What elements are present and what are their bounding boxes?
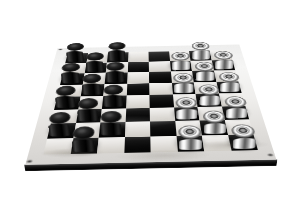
square-f5[interactable]: [171, 82, 195, 94]
square-d3[interactable]: [125, 108, 150, 122]
black-piece-wall: [85, 60, 104, 72]
silver-piece-wall: [172, 61, 191, 71]
silver-piece[interactable]: [194, 71, 215, 81]
black-piece-cap: [77, 98, 99, 109]
black-piece[interactable]: [78, 110, 99, 122]
silver-piece-cap: [218, 72, 240, 82]
silver-piece-wall: [233, 138, 257, 150]
glass-front-edge: [24, 159, 277, 171]
square-a1[interactable]: [43, 138, 73, 155]
square-e6[interactable]: [149, 72, 172, 84]
black-piece[interactable]: [62, 74, 82, 84]
square-e5[interactable]: [149, 83, 172, 95]
square-a8[interactable]: [65, 53, 88, 63]
perspective-container: [0, 0, 300, 223]
silver-piece[interactable]: [230, 135, 256, 149]
square-g1[interactable]: [202, 135, 231, 152]
photo-background: [0, 0, 300, 223]
glass-corner-mark: [26, 160, 34, 164]
square-d1[interactable]: [124, 136, 151, 153]
black-piece[interactable]: [67, 54, 85, 62]
square-d4[interactable]: [126, 95, 150, 108]
silver-piece[interactable]: [175, 108, 197, 120]
black-piece-cap: [71, 126, 95, 139]
silver-piece[interactable]: [223, 107, 247, 119]
silver-piece-cap: [173, 73, 194, 83]
silver-piece[interactable]: [178, 136, 202, 150]
square-d6[interactable]: [127, 72, 149, 84]
black-piece-wall: [103, 95, 123, 108]
square-g2[interactable]: [200, 120, 228, 135]
silver-piece-cap: [175, 97, 198, 109]
silver-piece[interactable]: [213, 61, 233, 70]
square-c4[interactable]: [102, 95, 126, 108]
square-g6[interactable]: [192, 71, 216, 83]
square-a4[interactable]: [54, 96, 80, 109]
black-piece[interactable]: [50, 124, 73, 137]
square-c6[interactable]: [105, 72, 128, 84]
black-piece-wall: [71, 139, 94, 152]
black-piece-cap: [48, 112, 72, 124]
silver-piece-wall: [179, 139, 202, 151]
square-c1[interactable]: [97, 137, 125, 154]
square-d2[interactable]: [125, 122, 151, 137]
black-piece[interactable]: [86, 63, 105, 72]
square-g4[interactable]: [196, 94, 222, 107]
square-e2[interactable]: [150, 121, 176, 136]
square-c8[interactable]: [107, 52, 128, 62]
black-piece[interactable]: [101, 123, 123, 136]
square-d5[interactable]: [126, 83, 149, 95]
silver-piece-cap: [178, 125, 202, 139]
black-piece[interactable]: [109, 53, 126, 61]
square-e4[interactable]: [149, 95, 173, 108]
square-e8[interactable]: [149, 51, 170, 61]
black-piece-wall: [81, 83, 101, 95]
silver-piece-wall: [226, 108, 248, 119]
silver-piece-wall: [195, 71, 215, 81]
silver-piece-wall: [174, 83, 194, 94]
black-piece-wall: [66, 51, 84, 63]
square-f7[interactable]: [170, 61, 192, 72]
black-piece[interactable]: [104, 97, 124, 108]
glass-checkers-board: [25, 45, 276, 165]
silver-piece-cap: [198, 84, 220, 95]
black-piece[interactable]: [107, 73, 126, 82]
black-piece-wall: [100, 123, 122, 136]
square-h5[interactable]: [216, 81, 242, 93]
square-b7[interactable]: [84, 62, 107, 73]
silver-piece-wall: [203, 123, 226, 134]
silver-piece[interactable]: [218, 82, 240, 93]
silver-piece-wall: [199, 95, 220, 106]
square-f1[interactable]: [176, 135, 204, 152]
square-b3[interactable]: [76, 109, 102, 123]
silver-piece[interactable]: [191, 51, 210, 60]
scene-tilt: [0, 0, 300, 223]
silver-piece[interactable]: [171, 61, 190, 70]
silver-piece-cap: [191, 42, 210, 51]
black-piece-wall: [108, 50, 126, 62]
black-piece-wall: [106, 71, 125, 83]
square-b1[interactable]: [70, 137, 99, 154]
board-grid: [43, 50, 257, 155]
silver-piece-wall: [176, 109, 198, 120]
black-piece-wall: [61, 72, 81, 84]
black-piece[interactable]: [83, 85, 103, 95]
black-piece[interactable]: [73, 139, 96, 153]
black-piece-cap: [100, 111, 122, 123]
square-h3[interactable]: [221, 106, 249, 120]
square-d7[interactable]: [127, 62, 149, 73]
black-piece-wall: [48, 124, 71, 137]
silver-piece-wall: [220, 82, 241, 93]
square-e1[interactable]: [150, 136, 177, 153]
silver-piece-wall: [215, 60, 234, 70]
square-h1[interactable]: [228, 134, 258, 150]
silver-piece-cap: [224, 96, 248, 108]
silver-piece[interactable]: [202, 121, 226, 134]
square-a2[interactable]: [47, 123, 75, 138]
square-h7[interactable]: [211, 60, 235, 71]
black-piece[interactable]: [57, 98, 78, 109]
square-c2[interactable]: [99, 122, 125, 137]
silver-piece[interactable]: [197, 94, 219, 105]
glass-corner-mark: [267, 153, 275, 157]
silver-piece-wall: [192, 50, 210, 60]
square-e3[interactable]: [150, 107, 175, 121]
glass-corner-mark: [58, 49, 63, 51]
square-f3[interactable]: [174, 107, 200, 121]
square-b5[interactable]: [80, 84, 104, 96]
black-piece-wall: [55, 96, 76, 109]
square-g8[interactable]: [189, 50, 211, 60]
square-d8[interactable]: [128, 52, 149, 62]
silver-piece-cap: [194, 62, 215, 72]
black-piece-wall: [77, 109, 98, 122]
square-e7[interactable]: [149, 61, 171, 72]
silver-piece[interactable]: [173, 83, 194, 94]
square-a6[interactable]: [60, 73, 84, 85]
